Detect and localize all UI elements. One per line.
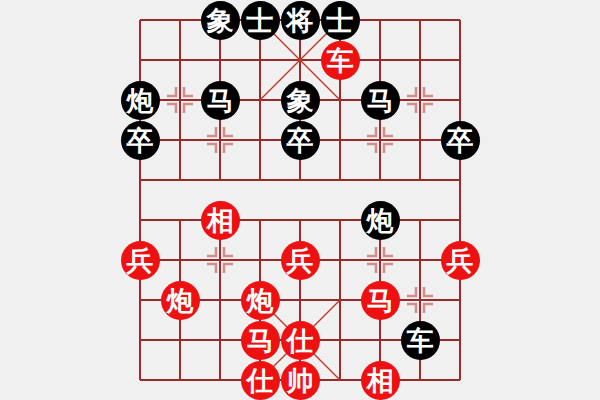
piece-black-pawn[interactable]: 卒 bbox=[121, 121, 160, 160]
xiangqi-app: 象士将士车炮马象马卒卒卒相炮兵兵兵炮炮马马仕车仕帅相 bbox=[0, 0, 600, 400]
piece-red-pawn[interactable]: 兵 bbox=[441, 241, 480, 280]
piece-black-general[interactable]: 将 bbox=[281, 1, 320, 40]
piece-red-horse[interactable]: 马 bbox=[361, 281, 400, 320]
piece-red-cannon[interactable]: 炮 bbox=[241, 281, 280, 320]
piece-black-horse[interactable]: 马 bbox=[361, 81, 400, 120]
piece-black-elephant[interactable]: 象 bbox=[201, 1, 240, 40]
piece-red-pawn[interactable]: 兵 bbox=[121, 241, 160, 280]
piece-black-cannon[interactable]: 炮 bbox=[121, 81, 160, 120]
piece-black-elephant[interactable]: 象 bbox=[281, 81, 320, 120]
pieces-layer: 象士将士车炮马象马卒卒卒相炮兵兵兵炮炮马马仕车仕帅相 bbox=[0, 0, 600, 400]
piece-red-elephant[interactable]: 相 bbox=[361, 361, 400, 400]
piece-red-advisor[interactable]: 仕 bbox=[241, 361, 280, 400]
piece-black-cannon[interactable]: 炮 bbox=[361, 201, 400, 240]
piece-red-elephant[interactable]: 相 bbox=[201, 201, 240, 240]
piece-red-pawn[interactable]: 兵 bbox=[281, 241, 320, 280]
piece-black-advisor[interactable]: 士 bbox=[321, 1, 360, 40]
piece-black-rook[interactable]: 车 bbox=[401, 321, 440, 360]
piece-red-general[interactable]: 帅 bbox=[281, 361, 320, 400]
piece-red-rook[interactable]: 车 bbox=[321, 41, 360, 80]
piece-black-pawn[interactable]: 卒 bbox=[441, 121, 480, 160]
piece-black-pawn[interactable]: 卒 bbox=[281, 121, 320, 160]
piece-red-horse[interactable]: 马 bbox=[241, 321, 280, 360]
piece-black-horse[interactable]: 马 bbox=[201, 81, 240, 120]
piece-black-advisor[interactable]: 士 bbox=[241, 1, 280, 40]
piece-red-advisor[interactable]: 仕 bbox=[281, 321, 320, 360]
piece-red-cannon[interactable]: 炮 bbox=[161, 281, 200, 320]
